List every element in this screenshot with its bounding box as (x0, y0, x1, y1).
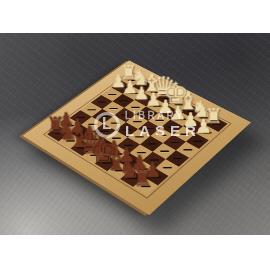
piece-slot-cut (100, 130, 109, 131)
piece-slot-cut (98, 116, 107, 117)
piece-slot-cut (124, 144, 133, 145)
piece-slot-cut (77, 132, 86, 133)
piece-slot-cut (150, 92, 159, 93)
photo-background: ♜♞♝♛♚♝♞♜♟♟♟♟♟♟♟♟♟♟♟♟♟♟♟♟♜♞♝♛♚♝♞♜ L LIBRA… (0, 33, 270, 235)
piece-slot-cut (190, 125, 199, 126)
square-h8[interactable]: ♜ (133, 177, 157, 195)
square-h1[interactable]: ♜ (205, 117, 227, 132)
piece-slot-cut (143, 113, 152, 114)
piece-slot-cut (162, 98, 171, 99)
piece-slot-cut (108, 94, 117, 95)
piece-slot-cut (141, 99, 150, 100)
piece-slot-cut (141, 185, 151, 187)
piece-black-rook[interactable]: ♜ (133, 177, 157, 195)
piece-slot-cut (115, 170, 125, 172)
piece-slot-cut (131, 106, 140, 107)
piece-slot-cut (145, 128, 154, 129)
screenshot: ♜♞♝♛♚♝♞♜♟♟♟♟♟♟♟♟♟♟♟♟♟♟♟♟♜♞♝♛♚♝♞♜ L LIBRA… (0, 0, 270, 270)
piece-slot-cut (90, 155, 99, 156)
piece-slot-cut (102, 162, 112, 163)
piece-slot-cut (112, 137, 121, 138)
piece-slot-cut (122, 129, 131, 130)
piece-slot-cut (202, 132, 211, 133)
piece-slot-cut (170, 142, 179, 143)
chess-board: ♜♞♝♛♚♝♞♜♟♟♟♟♟♟♟♟♟♟♟♟♟♟♟♟♜♞♝♛♚♝♞♜ (23, 60, 251, 215)
piece-slot-cut (212, 124, 221, 125)
piece-slot-cut (177, 118, 186, 119)
piece-slot-cut (174, 104, 183, 105)
piece-slot-cut (149, 159, 158, 160)
piece-slot-cut (162, 167, 172, 168)
piece-slot-cut (66, 140, 75, 141)
piece-slot-cut (121, 114, 130, 115)
piece-slot-cut (187, 110, 196, 111)
piece-slot-cut (97, 101, 106, 102)
piece-slot-cut (136, 152, 145, 153)
piece-slot-cut (110, 122, 119, 123)
piece-slot-cut (113, 153, 122, 154)
black-pawn-glyph: ♟ (58, 110, 75, 128)
piece-white-rook[interactable]: ♜ (205, 117, 227, 132)
piece-slot-cut (119, 100, 128, 101)
piece-slot-cut (193, 140, 202, 141)
piece-slot-cut (160, 150, 169, 151)
piece-slot-cut (127, 177, 137, 179)
piece-slot-cut (118, 87, 126, 88)
piece-slot-cut (76, 117, 85, 118)
piece-slot-cut (126, 161, 135, 162)
piece-slot-cut (183, 149, 192, 150)
piece-slot-cut (138, 168, 148, 170)
piece-slot-cut (167, 126, 176, 127)
piece-slot-cut (165, 112, 174, 113)
piece-slot-cut (152, 176, 162, 178)
piece-slot-cut (173, 158, 182, 159)
piece-slot-cut (65, 125, 74, 126)
piece-slot-cut (134, 136, 143, 137)
piece-slot-cut (153, 105, 162, 106)
piece-slot-cut (109, 108, 118, 109)
piece-slot-cut (54, 133, 63, 134)
piece-slot-cut (157, 135, 166, 136)
piece-slot-cut (87, 109, 96, 110)
piece-slot-cut (88, 123, 97, 124)
piece-slot-cut (180, 133, 189, 134)
piece-slot-cut (77, 147, 86, 148)
piece-slot-cut (199, 117, 208, 118)
piece-slot-cut (139, 85, 147, 86)
piece-slot-cut (129, 93, 138, 94)
piece-slot-cut (127, 79, 135, 80)
piece-slot-cut (89, 139, 98, 140)
piece-slot-cut (155, 120, 164, 121)
piece-slot-cut (133, 121, 142, 122)
square-h5[interactable] (166, 150, 189, 166)
piece-slot-cut (101, 146, 110, 147)
piece-slot-cut (147, 143, 156, 144)
